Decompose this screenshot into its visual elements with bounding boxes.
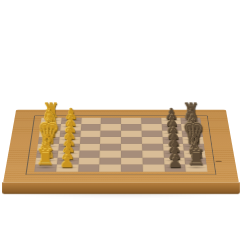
square-e5 <box>121 137 142 144</box>
square-c5 <box>121 150 142 157</box>
square-b5 <box>121 157 142 164</box>
square-a4 <box>99 165 121 172</box>
chess-piece-glyph: ♜ <box>187 148 207 169</box>
square-d4 <box>100 144 121 151</box>
square-d5 <box>121 144 142 151</box>
square-e3 <box>79 137 100 144</box>
chess-set-photo: ♜♟♟♜♞♟♟♞♝♟♟♝♚♟♟♚♛♟♟♛♝♟♟♝♞♟♟♞♜♟♟♜ <box>0 0 240 240</box>
square-a5 <box>121 165 143 172</box>
chess-piece-glyph: ♜ <box>36 148 56 169</box>
square-d6 <box>142 144 163 151</box>
square-d3 <box>79 144 100 151</box>
square-c3 <box>79 150 100 157</box>
square-b6 <box>142 157 164 164</box>
piece-white-pawn: ♟ <box>56 152 78 169</box>
chess-board: ♜♟♟♜♞♟♟♞♝♟♟♝♚♟♟♚♛♟♟♛♝♟♟♝♞♟♟♞♜♟♟♜ <box>3 110 239 183</box>
square-b4 <box>100 157 121 164</box>
piece-black-pawn: ♟ <box>164 152 186 169</box>
piece-white-rook: ♜ <box>35 147 57 169</box>
square-a6 <box>142 165 164 172</box>
square-e4 <box>100 137 121 144</box>
square-a3 <box>78 165 100 172</box>
chess-piece-glyph: ♟ <box>60 153 75 169</box>
square-c6 <box>142 150 163 157</box>
piece-black-rook: ♜ <box>186 147 208 169</box>
chess-piece-glyph: ♟ <box>168 153 183 169</box>
board-front-edge <box>2 182 240 194</box>
square-c4 <box>100 150 121 157</box>
square-e6 <box>142 137 163 144</box>
board-scene: ♜♟♟♜♞♟♟♞♝♟♟♝♚♟♟♚♛♟♟♛♝♟♟♝♞♟♟♞♜♟♟♜ <box>10 33 232 240</box>
square-b3 <box>78 157 100 164</box>
wood-knot <box>216 161 222 162</box>
